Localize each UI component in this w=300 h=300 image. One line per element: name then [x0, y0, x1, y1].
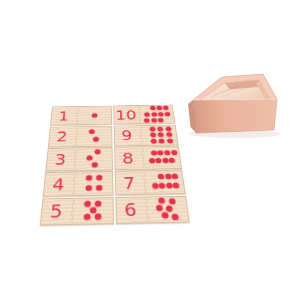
counting-dot	[84, 200, 91, 206]
counting-dot	[144, 112, 150, 117]
tile-dot-group	[73, 172, 113, 196]
tile-number-label: 8	[115, 148, 142, 169]
counting-dot	[86, 185, 93, 191]
counting-dot	[164, 150, 171, 155]
counting-dot	[157, 150, 164, 155]
wooden-box-icon	[185, 70, 285, 140]
counting-dot	[86, 155, 92, 160]
counting-dot	[158, 174, 165, 180]
counting-dot	[163, 106, 169, 111]
counting-dot	[164, 112, 170, 117]
counting-dot	[159, 182, 166, 188]
tile-number-label: 6	[116, 197, 145, 223]
counting-dot	[95, 149, 101, 154]
tile-dot-group	[74, 148, 112, 170]
counting-dot	[165, 126, 172, 131]
counting-dot	[155, 158, 162, 164]
counting-dot	[84, 214, 91, 221]
counting-dot	[151, 139, 158, 144]
counting-dot	[93, 137, 99, 142]
counting-dot	[155, 205, 162, 212]
tile-dot-group	[140, 125, 178, 145]
counting-dot	[92, 113, 98, 118]
puzzle-tile-9[interactable]: 9	[114, 125, 179, 147]
puzzle-tile-2[interactable]: 2	[48, 126, 113, 148]
puzzle-tile-3[interactable]: 3	[45, 147, 113, 171]
tile-number-label: 5	[41, 199, 71, 225]
counting-dot	[158, 197, 165, 203]
tile-dot-group	[76, 106, 111, 124]
counting-dot	[157, 126, 163, 131]
counting-dot	[89, 207, 96, 214]
tile-number-label: 10	[114, 106, 138, 124]
counting-dot	[96, 184, 103, 190]
counting-dot	[158, 132, 165, 137]
tile-dot-group	[145, 196, 189, 222]
counting-dot	[152, 182, 159, 188]
counting-dot	[151, 112, 157, 117]
tile-number-label: 1	[51, 107, 76, 125]
puzzle-tile-6[interactable]: 6	[115, 196, 190, 224]
tile-dot-group	[138, 105, 174, 123]
counting-dot	[144, 118, 150, 123]
tile-dot-group	[141, 147, 180, 169]
puzzle-tile-5[interactable]: 5	[40, 197, 114, 226]
counting-dot	[166, 206, 174, 213]
counting-dot	[158, 112, 164, 117]
counting-dot	[96, 175, 102, 181]
counting-dot	[166, 182, 173, 188]
counting-dot	[92, 162, 98, 168]
counting-dot	[151, 118, 157, 123]
counting-dot	[95, 200, 102, 206]
counting-dot	[173, 182, 180, 188]
counting-dot	[161, 212, 169, 219]
tile-number-label: 4	[44, 173, 73, 197]
tile-dot-group	[75, 126, 111, 146]
counting-dot	[162, 158, 169, 164]
counting-dot	[156, 106, 162, 111]
puzzle-tile-10[interactable]: 10	[113, 105, 175, 125]
puzzle-tile-1[interactable]: 1	[50, 106, 112, 126]
wooden-storage-box[interactable]	[185, 70, 285, 140]
puzzle-tile-4[interactable]: 4	[43, 171, 114, 197]
counting-dot	[166, 138, 173, 143]
counting-dot	[166, 132, 173, 137]
counting-dot	[158, 118, 164, 123]
counting-dot	[168, 198, 175, 204]
counting-dot	[89, 129, 95, 134]
counting-dot	[172, 174, 179, 180]
counting-dot	[95, 214, 102, 221]
tile-number-label: 3	[46, 149, 73, 170]
tile-dot-group	[71, 198, 113, 224]
counting-dot	[170, 150, 177, 155]
tile-number-label: 9	[114, 126, 140, 146]
counting-dot	[150, 132, 156, 137]
counting-dot	[159, 138, 166, 143]
counting-dot	[148, 158, 155, 164]
counting-dot	[150, 126, 156, 131]
puzzle-tile-7[interactable]: 7	[115, 170, 186, 196]
counting-dot	[165, 174, 172, 180]
tile-number-label: 2	[49, 127, 75, 147]
tile-dot-group	[143, 171, 184, 195]
counting-dot	[150, 106, 156, 111]
counting-dot	[86, 175, 93, 181]
product-photo-scene: 11029384756	[0, 0, 300, 300]
tile-number-label: 7	[115, 171, 143, 194]
puzzle-board: 11029384756	[40, 105, 190, 226]
counting-dot	[172, 214, 180, 221]
counting-dot	[151, 150, 158, 155]
puzzle-tile-8[interactable]: 8	[114, 146, 182, 170]
counting-dot	[169, 158, 176, 164]
